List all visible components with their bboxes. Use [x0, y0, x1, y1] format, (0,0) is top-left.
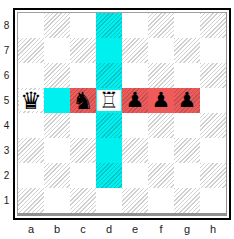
- square-d7[interactable]: [96, 38, 122, 63]
- square-d5[interactable]: ♖: [96, 88, 122, 113]
- file-label-c: c: [70, 222, 96, 236]
- square-c7[interactable]: [70, 38, 96, 63]
- file-label-a: a: [18, 222, 44, 236]
- square-b4[interactable]: [44, 113, 70, 138]
- square-b1[interactable]: [44, 188, 70, 213]
- square-h1[interactable]: [200, 188, 226, 213]
- square-a7[interactable]: [18, 38, 44, 63]
- rank-label-1: 1: [1, 188, 12, 213]
- square-b6[interactable]: [44, 63, 70, 88]
- square-c4[interactable]: [70, 113, 96, 138]
- square-e6[interactable]: [122, 63, 148, 88]
- square-h6[interactable]: [200, 63, 226, 88]
- square-g6[interactable]: [174, 63, 200, 88]
- square-d2[interactable]: [96, 163, 122, 188]
- square-b3[interactable]: [44, 138, 70, 163]
- square-f1[interactable]: [148, 188, 174, 213]
- piece-tile: ♛: [19, 90, 43, 111]
- square-g3[interactable]: [174, 138, 200, 163]
- square-g8[interactable]: [174, 13, 200, 38]
- chess-board: ♛♞♖♟♟♟: [17, 12, 227, 216]
- file-label-b: b: [44, 222, 70, 236]
- chess-diagram: 87654321 ♛♞♖♟♟♟ abcdefgh: [0, 0, 234, 239]
- rank-label-6: 6: [1, 63, 12, 88]
- square-f8[interactable]: [148, 13, 174, 38]
- rank-label-3: 3: [1, 138, 12, 163]
- square-h3[interactable]: [200, 138, 226, 163]
- square-f7[interactable]: [148, 38, 174, 63]
- square-d1[interactable]: [96, 188, 122, 213]
- square-c6[interactable]: [70, 63, 96, 88]
- rank-labels: 87654321: [1, 13, 12, 213]
- square-a6[interactable]: [18, 63, 44, 88]
- file-label-g: g: [174, 222, 200, 236]
- square-e8[interactable]: [122, 13, 148, 38]
- square-h7[interactable]: [200, 38, 226, 63]
- square-f6[interactable]: [148, 63, 174, 88]
- square-f2[interactable]: [148, 163, 174, 188]
- square-g1[interactable]: [174, 188, 200, 213]
- square-d3[interactable]: [96, 138, 122, 163]
- square-e1[interactable]: [122, 188, 148, 213]
- piece-tile: ♖: [97, 90, 121, 111]
- square-g2[interactable]: [174, 163, 200, 188]
- black-queen-piece[interactable]: ♛: [20, 89, 42, 113]
- square-d8[interactable]: [96, 13, 122, 38]
- file-label-h: h: [200, 222, 226, 236]
- rank-label-5: 5: [1, 88, 12, 113]
- board-frame: ♛♞♖♟♟♟: [13, 8, 231, 220]
- square-a8[interactable]: [18, 13, 44, 38]
- square-f5[interactable]: ♟: [148, 88, 174, 113]
- square-b5[interactable]: [44, 88, 70, 113]
- square-g4[interactable]: [174, 113, 200, 138]
- square-g7[interactable]: [174, 38, 200, 63]
- square-b2[interactable]: [44, 163, 70, 188]
- black-pawn-piece[interactable]: ♟: [152, 90, 171, 111]
- rank-label-4: 4: [1, 113, 12, 138]
- square-c8[interactable]: [70, 13, 96, 38]
- square-c2[interactable]: [70, 163, 96, 188]
- square-a3[interactable]: [18, 138, 44, 163]
- black-pawn-piece[interactable]: ♟: [178, 90, 197, 111]
- square-a2[interactable]: [18, 163, 44, 188]
- rank-label-8: 8: [1, 13, 12, 38]
- square-d6[interactable]: [96, 63, 122, 88]
- square-d4[interactable]: [96, 113, 122, 138]
- square-b7[interactable]: [44, 38, 70, 63]
- square-f4[interactable]: [148, 113, 174, 138]
- square-a1[interactable]: [18, 188, 44, 213]
- square-c3[interactable]: [70, 138, 96, 163]
- square-h2[interactable]: [200, 163, 226, 188]
- black-knight-piece[interactable]: ♞: [72, 89, 94, 113]
- white-rook-piece[interactable]: ♖: [99, 90, 119, 112]
- square-e4[interactable]: [122, 113, 148, 138]
- square-h5[interactable]: [200, 88, 226, 113]
- file-label-f: f: [148, 222, 174, 236]
- square-f3[interactable]: [148, 138, 174, 163]
- square-a5[interactable]: ♛: [18, 88, 44, 113]
- square-h4[interactable]: [200, 113, 226, 138]
- square-b8[interactable]: [44, 13, 70, 38]
- black-pawn-piece[interactable]: ♟: [126, 90, 145, 111]
- square-g5[interactable]: ♟: [174, 88, 200, 113]
- file-label-d: d: [96, 222, 122, 236]
- square-c5[interactable]: ♞: [70, 88, 96, 113]
- square-a4[interactable]: [18, 113, 44, 138]
- square-c1[interactable]: [70, 188, 96, 213]
- square-e7[interactable]: [122, 38, 148, 63]
- square-e3[interactable]: [122, 138, 148, 163]
- square-h8[interactable]: [200, 13, 226, 38]
- rank-label-7: 7: [1, 38, 12, 63]
- file-label-e: e: [122, 222, 148, 236]
- file-labels: abcdefgh: [18, 222, 226, 236]
- rank-label-2: 2: [1, 163, 12, 188]
- square-e5[interactable]: ♟: [122, 88, 148, 113]
- square-e2[interactable]: [122, 163, 148, 188]
